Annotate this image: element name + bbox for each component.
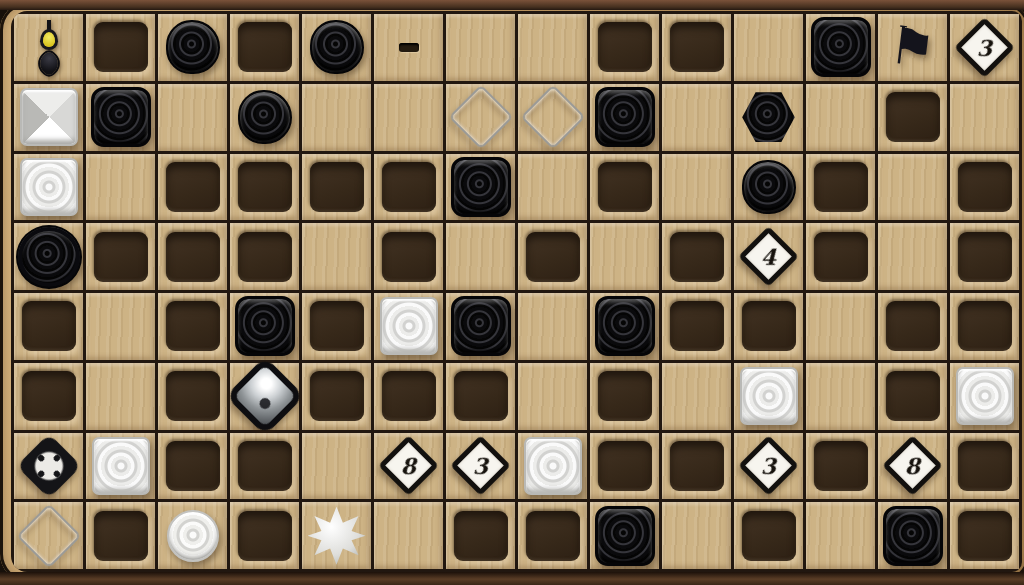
cell-r2c4[interactable] [230, 84, 299, 151]
dark-sunken-square [742, 511, 796, 561]
dark-sunken-square [814, 441, 868, 491]
cell-r1c7[interactable] [446, 14, 515, 81]
black-square-tile[interactable] [595, 506, 655, 566]
cell-r4c12[interactable] [806, 223, 875, 290]
dark-sunken-square [454, 371, 508, 421]
cell-r6c4[interactable] [230, 363, 299, 430]
white-pyramid-tile[interactable] [20, 88, 78, 146]
dark-sunken-square [382, 232, 436, 282]
cell-r6c5[interactable] [302, 363, 371, 430]
dark-sunken-square [382, 162, 436, 212]
black-square-tile[interactable] [595, 87, 655, 147]
cell-r3c13[interactable] [878, 154, 947, 221]
dark-sunken-square [166, 162, 220, 212]
black-ornate-diamond[interactable] [16, 433, 81, 498]
cell-r1c10[interactable] [662, 14, 731, 81]
cell-r5c11[interactable] [734, 293, 803, 360]
board-grid: ⚑348338 [11, 11, 1022, 572]
cell-r1c14[interactable]: 3 [950, 14, 1019, 81]
dark-sunken-square [310, 301, 364, 351]
cell-r3c7[interactable] [446, 154, 515, 221]
cell-r1c4[interactable] [230, 14, 299, 81]
cell-r7c10[interactable] [662, 433, 731, 500]
cell-r1c1[interactable] [14, 14, 83, 81]
cell-r7c5[interactable] [302, 433, 371, 500]
cell-r8c13[interactable] [878, 502, 947, 569]
white-square-tile[interactable] [380, 297, 438, 355]
cell-r4c13[interactable] [878, 223, 947, 290]
cell-r6c10[interactable] [662, 363, 731, 430]
black-square-tile[interactable] [235, 296, 295, 356]
cell-r1c13[interactable]: ⚑ [878, 14, 947, 81]
number-diamond-8[interactable]: 8 [882, 435, 943, 496]
cell-r1c8[interactable] [518, 14, 587, 81]
dark-sunken-square [166, 441, 220, 491]
dark-sunken-square [22, 301, 76, 351]
dark-sunken-square [166, 232, 220, 282]
cell-r2c14[interactable] [950, 84, 1019, 151]
cell-r5c1[interactable] [14, 293, 83, 360]
cell-r4c3[interactable] [158, 223, 227, 290]
dark-sunken-square [670, 441, 724, 491]
cell-r5c3[interactable] [158, 293, 227, 360]
black-marble-diamond[interactable] [225, 357, 304, 436]
black-square-tile[interactable] [451, 157, 511, 217]
cell-r2c8[interactable] [518, 84, 587, 151]
cell-r1c11[interactable] [734, 14, 803, 81]
black-flag-piece[interactable]: ⚑ [889, 21, 936, 73]
cell-r5c12[interactable] [806, 293, 875, 360]
dark-sunken-square [526, 511, 580, 561]
dark-sunken-square [958, 301, 1012, 351]
cell-r3c10[interactable] [662, 154, 731, 221]
cell-r4c8[interactable] [518, 223, 587, 290]
dark-sunken-square [94, 232, 148, 282]
cell-r2c5[interactable] [302, 84, 371, 151]
cell-r5c10[interactable] [662, 293, 731, 360]
black-square-tile[interactable] [883, 506, 943, 566]
white-square-tile[interactable] [956, 367, 1014, 425]
cell-r5c6[interactable] [374, 293, 443, 360]
cell-r4c7[interactable] [446, 223, 515, 290]
cell-r1c12[interactable] [806, 14, 875, 81]
number-diamond-3[interactable]: 3 [450, 435, 511, 496]
cell-r4c2[interactable] [86, 223, 155, 290]
dark-sunken-square [526, 232, 580, 282]
dark-sunken-square [454, 511, 508, 561]
dark-sunken-square [742, 301, 796, 351]
cell-r1c3[interactable] [158, 14, 227, 81]
cell-r6c14[interactable] [950, 363, 1019, 430]
cell-r8c5[interactable] [302, 502, 371, 569]
cell-r3c14[interactable] [950, 154, 1019, 221]
cell-r2c3[interactable] [158, 84, 227, 151]
cell-r7c1[interactable] [14, 433, 83, 500]
black-round-stone[interactable] [742, 160, 796, 214]
cell-r2c7[interactable] [446, 84, 515, 151]
cell-r8c1[interactable] [14, 502, 83, 569]
cell-r2c12[interactable] [806, 84, 875, 151]
white-diamond-tile[interactable] [520, 85, 585, 150]
cell-r6c12[interactable] [806, 363, 875, 430]
dark-sunken-square [886, 92, 940, 142]
cell-r5c14[interactable] [950, 293, 1019, 360]
cell-r3c2[interactable] [86, 154, 155, 221]
number-diamond-4[interactable]: 4 [738, 226, 799, 287]
black-square-tile[interactable] [451, 296, 511, 356]
white-square-tile[interactable] [740, 367, 798, 425]
dark-sunken-square [238, 232, 292, 282]
cell-r6c13[interactable] [878, 363, 947, 430]
table-edge-bottom [0, 572, 1024, 585]
cell-r1c6[interactable] [374, 14, 443, 81]
cell-r8c4[interactable] [230, 502, 299, 569]
cell-r7c7[interactable]: 3 [446, 433, 515, 500]
dark-sunken-square [238, 441, 292, 491]
cell-r7c11[interactable]: 3 [734, 433, 803, 500]
black-hex-stone[interactable] [741, 90, 797, 144]
cell-r4c5[interactable] [302, 223, 371, 290]
dark-sunken-square [958, 511, 1012, 561]
cell-r6c1[interactable] [14, 363, 83, 430]
black-square-tile[interactable] [595, 296, 655, 356]
cell-r6c9[interactable] [590, 363, 659, 430]
dark-sunken-square [598, 162, 652, 212]
hanging-lamp-ornament [35, 20, 63, 74]
dark-sunken-square [238, 22, 292, 72]
cell-r6c3[interactable] [158, 363, 227, 430]
black-ornate-stone[interactable] [16, 225, 82, 289]
cell-r8c11[interactable] [734, 502, 803, 569]
dark-sunken-square [166, 301, 220, 351]
cell-r4c9[interactable] [590, 223, 659, 290]
white-square-tile[interactable] [524, 437, 582, 495]
cell-r2c11[interactable] [734, 84, 803, 151]
cell-r3c5[interactable] [302, 154, 371, 221]
cell-r3c9[interactable] [590, 154, 659, 221]
dark-sunken-square [94, 22, 148, 72]
dark-sunken-square [958, 441, 1012, 491]
black-round-stone[interactable] [166, 20, 220, 74]
dark-sunken-square [670, 232, 724, 282]
cell-r5c9[interactable] [590, 293, 659, 360]
cell-r1c2[interactable] [86, 14, 155, 81]
cell-r7c13[interactable]: 8 [878, 433, 947, 500]
dark-sunken-square [814, 232, 868, 282]
white-square-tile[interactable] [20, 158, 78, 216]
cell-r7c6[interactable]: 8 [374, 433, 443, 500]
cell-r4c14[interactable] [950, 223, 1019, 290]
dark-sunken-square [670, 22, 724, 72]
dark-sunken-square [238, 162, 292, 212]
cell-r3c3[interactable] [158, 154, 227, 221]
dark-sunken-square [598, 22, 652, 72]
cell-r7c4[interactable] [230, 433, 299, 500]
cell-r2c2[interactable] [86, 84, 155, 151]
cell-r8c2[interactable] [86, 502, 155, 569]
black-round-stone[interactable] [238, 90, 292, 144]
dark-sunken-square [166, 371, 220, 421]
dark-sunken-square [958, 162, 1012, 212]
cell-r7c9[interactable] [590, 433, 659, 500]
number-diamond-3[interactable]: 3 [738, 435, 799, 496]
white-diamond-tile[interactable] [448, 85, 513, 150]
dark-sunken-square [886, 371, 940, 421]
dark-sunken-square [886, 301, 940, 351]
cell-r8c14[interactable] [950, 502, 1019, 569]
cell-r2c1[interactable] [14, 84, 83, 151]
cell-r3c8[interactable] [518, 154, 587, 221]
dark-sunken-square [598, 441, 652, 491]
cell-r2c6[interactable] [374, 84, 443, 151]
cell-r5c5[interactable] [302, 293, 371, 360]
cell-r4c4[interactable] [230, 223, 299, 290]
cell-r7c8[interactable] [518, 433, 587, 500]
cell-r5c2[interactable] [86, 293, 155, 360]
cell-r5c8[interactable] [518, 293, 587, 360]
cell-r8c12[interactable] [806, 502, 875, 569]
white-star-piece[interactable] [308, 507, 366, 565]
cell-r4c11[interactable]: 4 [734, 223, 803, 290]
cell-r3c6[interactable] [374, 154, 443, 221]
dark-sunken-square [670, 301, 724, 351]
cell-r7c3[interactable] [158, 433, 227, 500]
cell-r4c6[interactable] [374, 223, 443, 290]
white-round-stone[interactable] [167, 510, 219, 562]
cell-r3c1[interactable] [14, 154, 83, 221]
white-square-tile[interactable] [92, 437, 150, 495]
cell-r4c10[interactable] [662, 223, 731, 290]
cell-r6c2[interactable] [86, 363, 155, 430]
cell-r2c10[interactable] [662, 84, 731, 151]
dark-sunken-square [382, 371, 436, 421]
table-edge-top [0, 0, 1024, 10]
cell-r6c8[interactable] [518, 363, 587, 430]
white-diamond-tile[interactable] [16, 503, 81, 568]
dark-sunken-square [94, 511, 148, 561]
black-round-stone[interactable] [310, 20, 364, 74]
cell-r1c5[interactable] [302, 14, 371, 81]
cell-r8c8[interactable] [518, 502, 587, 569]
cell-r5c13[interactable] [878, 293, 947, 360]
dark-sunken-square [310, 162, 364, 212]
cell-r2c13[interactable] [878, 84, 947, 151]
dark-sunken-square [22, 371, 76, 421]
cell-r4c1[interactable] [14, 223, 83, 290]
cell-r2c9[interactable] [590, 84, 659, 151]
cell-r1c9[interactable] [590, 14, 659, 81]
cell-r8c6[interactable] [374, 502, 443, 569]
cell-r6c7[interactable] [446, 363, 515, 430]
cell-r7c2[interactable] [86, 433, 155, 500]
cell-r3c11[interactable] [734, 154, 803, 221]
cell-r8c3[interactable] [158, 502, 227, 569]
cell-r8c9[interactable] [590, 502, 659, 569]
cell-r3c12[interactable] [806, 154, 875, 221]
cell-r6c6[interactable] [374, 363, 443, 430]
dark-sunken-square [598, 371, 652, 421]
cell-r8c10[interactable] [662, 502, 731, 569]
cell-r7c14[interactable] [950, 433, 1019, 500]
number-diamond-3[interactable]: 3 [954, 17, 1015, 78]
cell-r5c4[interactable] [230, 293, 299, 360]
dark-sunken-square [310, 371, 364, 421]
black-square-tile[interactable] [91, 87, 151, 147]
number-diamond-8[interactable]: 8 [378, 435, 439, 496]
cell-r8c7[interactable] [446, 502, 515, 569]
cell-r7c12[interactable] [806, 433, 875, 500]
dark-sunken-square [238, 511, 292, 561]
cell-r6c11[interactable] [734, 363, 803, 430]
cell-r5c7[interactable] [446, 293, 515, 360]
dash-mark [399, 43, 419, 52]
black-square-tile[interactable] [811, 17, 871, 77]
dark-sunken-square [958, 232, 1012, 282]
cell-r3c4[interactable] [230, 154, 299, 221]
dark-sunken-square [814, 162, 868, 212]
